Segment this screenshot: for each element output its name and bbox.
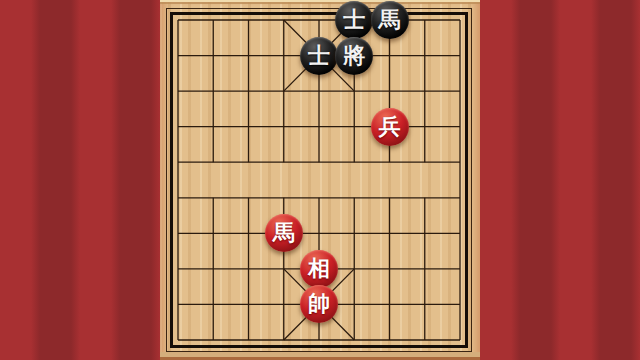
piece-glyph: 馬 xyxy=(273,222,295,244)
piece-red-horse[interactable]: 馬 xyxy=(265,214,303,252)
piece-glyph: 帥 xyxy=(308,293,330,315)
piece-glyph: 馬 xyxy=(379,9,401,31)
piece-glyph: 將 xyxy=(343,45,365,67)
piece-glyph: 兵 xyxy=(379,116,401,138)
piece-red-elephant[interactable]: 相 xyxy=(300,250,338,288)
piece-black-advisor[interactable]: 士 xyxy=(335,1,373,39)
piece-black-advisor[interactable]: 士 xyxy=(300,37,338,75)
xiangqi-board: 士馬士將兵馬相帥 xyxy=(160,0,480,360)
piece-black-general[interactable]: 將 xyxy=(335,37,373,75)
piece-red-soldier[interactable]: 兵 xyxy=(371,108,409,146)
screenshot-stage: 士馬士將兵馬相帥 xyxy=(0,0,640,360)
piece-black-horse[interactable]: 馬 xyxy=(371,1,409,39)
piece-glyph: 相 xyxy=(308,258,330,280)
board-top-edge-line xyxy=(160,2,480,4)
piece-glyph: 士 xyxy=(343,9,365,31)
piece-glyph: 士 xyxy=(308,45,330,67)
